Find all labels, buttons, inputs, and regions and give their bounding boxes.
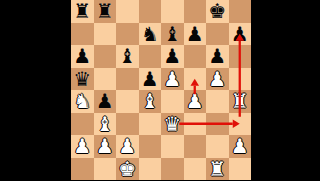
square-f8[interactable] xyxy=(184,0,207,23)
square-h4[interactable]: ♜ xyxy=(229,90,252,113)
square-e1[interactable] xyxy=(161,158,184,181)
white-knight-a4: ♞ xyxy=(73,91,91,111)
black-pawn-e6: ♟ xyxy=(163,46,181,66)
black-queen-a5: ♛ xyxy=(73,68,91,88)
white-rook-h4: ♜ xyxy=(231,91,249,111)
square-g3[interactable] xyxy=(206,113,229,136)
square-g2[interactable] xyxy=(206,135,229,158)
square-e3[interactable]: ♛ xyxy=(161,113,184,136)
square-f1[interactable] xyxy=(184,158,207,181)
square-f3[interactable] xyxy=(184,113,207,136)
square-d1[interactable] xyxy=(139,158,162,181)
square-c4[interactable] xyxy=(116,90,139,113)
black-rook-a8: ♜ xyxy=(73,1,91,21)
square-f4[interactable]: ♟ xyxy=(184,90,207,113)
white-pawn-b2: ♟ xyxy=(96,136,114,156)
square-c2[interactable]: ♟ xyxy=(116,135,139,158)
square-g8[interactable]: ♚ xyxy=(206,0,229,23)
square-a8[interactable]: ♜ xyxy=(71,0,94,23)
white-queen-e3: ♛ xyxy=(163,113,181,133)
black-pawn-h7: ♟ xyxy=(231,23,249,43)
square-d3[interactable] xyxy=(139,113,162,136)
white-king-c1: ♚ xyxy=(118,158,136,178)
square-e5[interactable]: ♟ xyxy=(161,68,184,91)
white-pawn-f4: ♟ xyxy=(186,91,204,111)
square-e4[interactable] xyxy=(161,90,184,113)
square-c5[interactable] xyxy=(116,68,139,91)
square-c7[interactable] xyxy=(116,23,139,46)
square-d2[interactable] xyxy=(139,135,162,158)
square-c6[interactable]: ♝ xyxy=(116,45,139,68)
square-a7[interactable] xyxy=(71,23,94,46)
square-b5[interactable] xyxy=(94,68,117,91)
square-c8[interactable] xyxy=(116,0,139,23)
square-f7[interactable]: ♟ xyxy=(184,23,207,46)
square-e8[interactable] xyxy=(161,0,184,23)
square-e6[interactable]: ♟ xyxy=(161,45,184,68)
square-f2[interactable] xyxy=(184,135,207,158)
square-d4[interactable]: ♝ xyxy=(139,90,162,113)
square-d5[interactable]: ♟ xyxy=(139,68,162,91)
square-g5[interactable]: ♟ xyxy=(206,68,229,91)
square-d6[interactable] xyxy=(139,45,162,68)
square-h1[interactable] xyxy=(229,158,252,181)
square-a4[interactable]: ♞ xyxy=(71,90,94,113)
chess-board: ♜♜♚♞♝♟♟♟♝♟♟♛♟♟♟♞♟♝♟♜♝♛♟♟♟♟♚♜ xyxy=(71,0,251,180)
white-pawn-g5: ♟ xyxy=(208,68,226,88)
black-knight-d7: ♞ xyxy=(141,23,159,43)
black-bishop-c6: ♝ xyxy=(118,46,136,66)
white-pawn-a2: ♟ xyxy=(73,136,91,156)
black-king-g8: ♚ xyxy=(208,1,226,21)
white-pawn-h2: ♟ xyxy=(231,136,249,156)
black-pawn-b4: ♟ xyxy=(96,91,114,111)
square-b4[interactable]: ♟ xyxy=(94,90,117,113)
square-b1[interactable] xyxy=(94,158,117,181)
square-h2[interactable]: ♟ xyxy=(229,135,252,158)
black-pawn-a6: ♟ xyxy=(73,46,91,66)
square-h8[interactable] xyxy=(229,0,252,23)
black-bishop-e7: ♝ xyxy=(163,23,181,43)
square-h7[interactable]: ♟ xyxy=(229,23,252,46)
square-b2[interactable]: ♟ xyxy=(94,135,117,158)
square-b3[interactable]: ♝ xyxy=(94,113,117,136)
square-e7[interactable]: ♝ xyxy=(161,23,184,46)
square-g7[interactable] xyxy=(206,23,229,46)
square-a1[interactable] xyxy=(71,158,94,181)
letterbox-right xyxy=(251,0,320,180)
square-c1[interactable]: ♚ xyxy=(116,158,139,181)
square-a2[interactable]: ♟ xyxy=(71,135,94,158)
square-g6[interactable]: ♟ xyxy=(206,45,229,68)
black-pawn-f7: ♟ xyxy=(186,23,204,43)
square-b8[interactable]: ♜ xyxy=(94,0,117,23)
square-h5[interactable] xyxy=(229,68,252,91)
square-d7[interactable]: ♞ xyxy=(139,23,162,46)
square-e2[interactable] xyxy=(161,135,184,158)
square-a6[interactable]: ♟ xyxy=(71,45,94,68)
square-b7[interactable] xyxy=(94,23,117,46)
square-h3[interactable] xyxy=(229,113,252,136)
square-h6[interactable] xyxy=(229,45,252,68)
white-pawn-c2: ♟ xyxy=(118,136,136,156)
white-pawn-e5: ♟ xyxy=(163,68,181,88)
square-g1[interactable]: ♜ xyxy=(206,158,229,181)
letterbox-left xyxy=(0,0,71,180)
square-c3[interactable] xyxy=(116,113,139,136)
black-rook-b8: ♜ xyxy=(96,1,114,21)
black-pawn-g6: ♟ xyxy=(208,46,226,66)
square-f5[interactable] xyxy=(184,68,207,91)
black-pawn-d5: ♟ xyxy=(141,68,159,88)
square-g4[interactable] xyxy=(206,90,229,113)
white-bishop-b3: ♝ xyxy=(96,113,114,133)
square-f6[interactable] xyxy=(184,45,207,68)
white-rook-g1: ♜ xyxy=(208,158,226,178)
square-a5[interactable]: ♛ xyxy=(71,68,94,91)
square-d8[interactable] xyxy=(139,0,162,23)
square-b6[interactable] xyxy=(94,45,117,68)
square-a3[interactable] xyxy=(71,113,94,136)
video-frame: ♜♜♚♞♝♟♟♟♝♟♟♛♟♟♟♞♟♝♟♜♝♛♟♟♟♟♚♜ xyxy=(0,0,320,180)
white-bishop-d4: ♝ xyxy=(141,91,159,111)
